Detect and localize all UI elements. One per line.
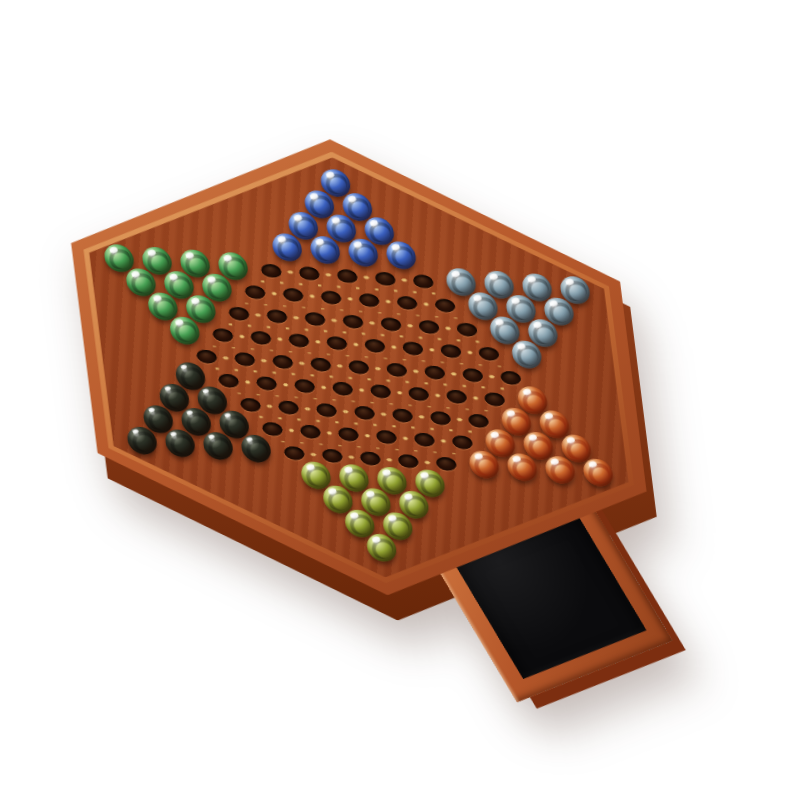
hole-cell[interactable] <box>392 336 433 361</box>
board-hole <box>358 293 380 308</box>
hole-cell[interactable] <box>306 398 347 423</box>
board-hole <box>434 298 456 313</box>
board-hole <box>370 384 392 399</box>
board-hole <box>266 309 288 324</box>
hole-cell[interactable] <box>420 406 461 431</box>
board-hole <box>338 427 360 442</box>
board-hole <box>278 400 300 415</box>
board-hole <box>452 435 474 450</box>
hole-cell[interactable] <box>403 269 444 294</box>
hole-cell[interactable] <box>202 323 243 348</box>
board-hole <box>316 403 338 418</box>
hole-cell[interactable] <box>284 373 325 398</box>
hole-cell[interactable] <box>246 371 287 396</box>
board-hole <box>386 363 408 378</box>
hole-cell[interactable] <box>366 424 407 449</box>
board-hole <box>500 371 522 386</box>
board-hole <box>364 339 386 354</box>
hole-cell[interactable] <box>311 285 352 310</box>
board-hole <box>326 336 348 351</box>
hole-cell[interactable] <box>300 352 341 377</box>
hole-cell[interactable] <box>382 403 423 428</box>
hole-cell[interactable] <box>322 376 363 401</box>
scene <box>0 0 800 800</box>
hole-cell[interactable] <box>262 349 303 374</box>
board-hole <box>298 266 320 281</box>
board-hole <box>320 290 342 305</box>
board-hole <box>354 406 376 421</box>
board-hole <box>342 314 364 329</box>
board-hole <box>256 376 278 391</box>
hole-cell[interactable] <box>164 320 205 345</box>
board-hole <box>244 285 266 300</box>
hole-cell[interactable] <box>371 312 412 337</box>
hole-cell[interactable] <box>376 357 417 382</box>
board-hole <box>430 411 452 426</box>
hole-cell[interactable] <box>398 381 439 406</box>
hole-cell[interactable] <box>425 293 466 318</box>
hole-cell[interactable] <box>430 338 471 363</box>
board-hole <box>396 296 418 311</box>
board-hole <box>456 322 478 337</box>
board-hole <box>402 341 424 356</box>
board-hole <box>228 306 250 321</box>
hole-cell[interactable] <box>333 309 374 334</box>
hole-cell[interactable] <box>267 237 308 262</box>
hole-cell[interactable] <box>235 280 276 305</box>
board-and-drawer-group <box>25 118 693 617</box>
board-hole <box>392 408 414 423</box>
board-hole <box>397 454 419 469</box>
hole-cell[interactable] <box>251 258 292 283</box>
board-hole <box>310 357 332 372</box>
board-hole <box>380 317 402 332</box>
board-hole <box>484 392 506 407</box>
hole-cell[interactable] <box>327 263 368 288</box>
hole-cell[interactable] <box>506 344 547 369</box>
hole-cell[interactable] <box>468 341 509 366</box>
board-hole <box>196 349 218 364</box>
board-hole <box>359 451 381 466</box>
board-hole <box>414 432 436 447</box>
board-hole <box>234 352 256 367</box>
board-hole <box>376 430 398 445</box>
board-hole <box>218 373 240 388</box>
board-hole <box>282 288 304 303</box>
board-hole <box>468 414 490 429</box>
board-hole <box>240 398 262 413</box>
board-hole <box>440 344 462 359</box>
hole-cell[interactable] <box>328 422 369 447</box>
board-hole <box>272 355 294 370</box>
hole-cell[interactable] <box>404 427 445 452</box>
hole-cell[interactable] <box>240 325 281 350</box>
board-hole <box>250 331 272 346</box>
board-hole <box>408 387 430 402</box>
hole-cell[interactable] <box>502 456 543 481</box>
board-hole <box>260 263 282 278</box>
hole-cell[interactable] <box>257 304 298 329</box>
board-hole <box>424 365 446 380</box>
hole-cell[interactable] <box>436 384 477 409</box>
board-hole <box>300 424 322 439</box>
hole-cell[interactable] <box>447 317 488 342</box>
board-hole <box>262 422 284 437</box>
board-hole <box>462 368 484 383</box>
hole-cell[interactable] <box>198 435 239 460</box>
board-hole <box>283 446 305 461</box>
hole-cell[interactable] <box>343 242 384 267</box>
hole-cell[interactable] <box>236 438 277 463</box>
board-hole <box>374 271 396 286</box>
hole-cell[interactable] <box>305 239 346 264</box>
hole-cell[interactable] <box>540 459 581 484</box>
hole-cell[interactable] <box>268 395 309 420</box>
hole-cell[interactable] <box>360 379 401 404</box>
hole-cell[interactable] <box>409 314 450 339</box>
hole-cell[interactable] <box>289 261 330 286</box>
hole-cell[interactable] <box>381 245 422 270</box>
hole-cell[interactable] <box>224 347 265 372</box>
hole-cell[interactable] <box>278 328 319 353</box>
board-hole <box>304 312 326 327</box>
hole-cell[interactable] <box>273 282 314 307</box>
board-hole <box>336 269 358 284</box>
hole-cell[interactable] <box>414 360 455 385</box>
hole-cell[interactable] <box>349 288 390 313</box>
hole-cell[interactable] <box>361 537 402 562</box>
board-hole <box>418 320 440 335</box>
board-hole <box>288 333 310 348</box>
hole-cell[interactable] <box>295 306 336 331</box>
board-hole <box>348 360 370 375</box>
hole-cell[interactable] <box>387 290 428 315</box>
hole-cell[interactable] <box>464 454 505 479</box>
board-hole <box>435 457 457 472</box>
hole-cell[interactable] <box>452 363 493 388</box>
hole-cell[interactable] <box>160 433 201 458</box>
board-hole <box>294 379 316 394</box>
board-hole <box>212 328 234 343</box>
hole-cell[interactable] <box>122 430 163 455</box>
hole-cell[interactable] <box>365 266 406 291</box>
hole-cell[interactable] <box>316 330 357 355</box>
hole-cell[interactable] <box>578 462 619 487</box>
board-hole <box>332 381 354 396</box>
hole-cell[interactable] <box>354 333 395 358</box>
board-hole <box>321 449 343 464</box>
hole-cell[interactable] <box>290 419 331 444</box>
board-hole <box>446 389 468 404</box>
hole-cell[interactable] <box>338 355 379 380</box>
board-hole <box>412 274 434 289</box>
board-hole <box>478 347 500 362</box>
hole-cell[interactable] <box>219 301 260 326</box>
hole-cell[interactable] <box>344 400 385 425</box>
